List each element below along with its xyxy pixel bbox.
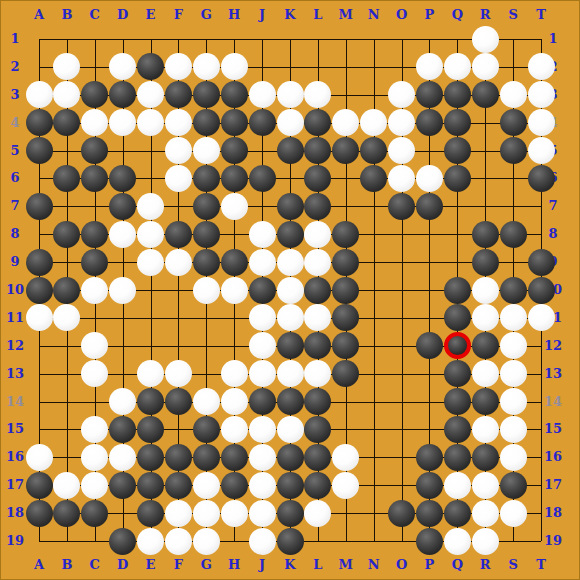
stone-white-O6 — [388, 165, 415, 192]
stone-black-S8 — [500, 221, 527, 248]
stone-black-T10 — [528, 277, 555, 304]
row-label-right-14: 14 — [542, 394, 564, 410]
row-label-right-16: 16 — [542, 449, 564, 465]
col-label-top-H: H — [223, 7, 245, 23]
stone-black-E2 — [137, 53, 164, 80]
col-label-top-R: R — [474, 7, 496, 23]
stone-black-K17 — [277, 472, 304, 499]
stone-black-J4 — [249, 109, 276, 136]
stone-white-F9 — [165, 249, 192, 276]
stone-black-G16 — [193, 444, 220, 471]
stone-black-D6 — [109, 165, 136, 192]
col-label-bottom-K: K — [279, 557, 301, 573]
stone-white-L13 — [304, 360, 331, 387]
col-label-bottom-S: S — [502, 557, 524, 573]
stone-white-L3 — [304, 81, 331, 108]
col-label-top-S: S — [502, 7, 524, 23]
col-label-top-C: C — [84, 7, 106, 23]
stone-white-D8 — [109, 221, 136, 248]
stone-white-J19 — [249, 528, 276, 555]
stone-black-A9 — [26, 249, 53, 276]
stone-black-T9 — [528, 249, 555, 276]
col-label-top-J: J — [251, 7, 273, 23]
stone-black-A4 — [26, 109, 53, 136]
stone-black-P4 — [416, 109, 443, 136]
stone-white-E7 — [137, 193, 164, 220]
stone-white-F5 — [165, 137, 192, 164]
stone-black-M8 — [332, 221, 359, 248]
stone-black-L7 — [304, 193, 331, 220]
stone-white-G2 — [193, 53, 220, 80]
stone-white-C13 — [81, 360, 108, 387]
stone-black-M12 — [332, 332, 359, 359]
col-label-top-E: E — [140, 7, 162, 23]
stone-black-A17 — [26, 472, 53, 499]
stone-white-C12 — [81, 332, 108, 359]
row-label-left-5: 5 — [4, 143, 26, 159]
stone-black-K18 — [277, 500, 304, 527]
stone-black-Q10 — [444, 277, 471, 304]
stone-white-F6 — [165, 165, 192, 192]
stone-white-J12 — [249, 332, 276, 359]
stone-white-J17 — [249, 472, 276, 499]
stone-white-K15 — [277, 416, 304, 443]
stone-black-B18 — [53, 500, 80, 527]
stone-white-M4 — [332, 109, 359, 136]
stone-white-G14 — [193, 388, 220, 415]
stone-white-G5 — [193, 137, 220, 164]
col-label-bottom-Q: Q — [446, 557, 468, 573]
stone-white-L9 — [304, 249, 331, 276]
stone-black-A10 — [26, 277, 53, 304]
stone-black-D7 — [109, 193, 136, 220]
stone-white-O3 — [388, 81, 415, 108]
stone-white-E9 — [137, 249, 164, 276]
row-label-right-8: 8 — [542, 226, 564, 242]
stone-black-F16 — [165, 444, 192, 471]
stone-black-D3 — [109, 81, 136, 108]
stone-black-R16 — [472, 444, 499, 471]
stone-black-Q5 — [444, 137, 471, 164]
stone-black-M10 — [332, 277, 359, 304]
stone-black-D19 — [109, 528, 136, 555]
stone-black-G9 — [193, 249, 220, 276]
stone-black-E18 — [137, 500, 164, 527]
marked-stone-black-Q12 — [444, 332, 471, 359]
stone-white-F19 — [165, 528, 192, 555]
stone-black-A18 — [26, 500, 53, 527]
row-label-left-8: 8 — [4, 226, 26, 242]
row-label-left-7: 7 — [4, 198, 26, 214]
stone-black-H3 — [221, 81, 248, 108]
stone-black-E16 — [137, 444, 164, 471]
stone-black-Q6 — [444, 165, 471, 192]
stone-white-J16 — [249, 444, 276, 471]
stone-black-Q14 — [444, 388, 471, 415]
stone-white-C15 — [81, 416, 108, 443]
col-label-top-G: G — [195, 7, 217, 23]
row-label-right-15: 15 — [542, 421, 564, 437]
stone-black-B6 — [53, 165, 80, 192]
stone-white-B2 — [53, 53, 80, 80]
stone-black-K12 — [277, 332, 304, 359]
col-label-top-K: K — [279, 7, 301, 23]
stone-black-K19 — [277, 528, 304, 555]
stone-white-R1 — [472, 26, 499, 53]
stone-black-Q3 — [444, 81, 471, 108]
stone-white-J18 — [249, 500, 276, 527]
stone-white-J15 — [249, 416, 276, 443]
stone-white-T3 — [528, 81, 555, 108]
stone-white-E8 — [137, 221, 164, 248]
col-label-top-Q: Q — [446, 7, 468, 23]
stone-white-C10 — [81, 277, 108, 304]
stone-black-F3 — [165, 81, 192, 108]
stone-black-Q4 — [444, 109, 471, 136]
stone-black-T6 — [528, 165, 555, 192]
stone-white-H14 — [221, 388, 248, 415]
stone-white-D10 — [109, 277, 136, 304]
col-label-top-M: M — [335, 7, 357, 23]
stone-white-R18 — [472, 500, 499, 527]
stone-white-R13 — [472, 360, 499, 387]
stone-white-P2 — [416, 53, 443, 80]
stone-white-G18 — [193, 500, 220, 527]
stone-black-F17 — [165, 472, 192, 499]
stone-white-R19 — [472, 528, 499, 555]
stone-white-E4 — [137, 109, 164, 136]
stone-white-K4 — [277, 109, 304, 136]
stone-black-R12 — [472, 332, 499, 359]
stone-black-C8 — [81, 221, 108, 248]
stone-black-L4 — [304, 109, 331, 136]
stone-white-K13 — [277, 360, 304, 387]
stone-white-J11 — [249, 304, 276, 331]
col-label-bottom-F: F — [167, 557, 189, 573]
stone-white-C17 — [81, 472, 108, 499]
stone-black-S4 — [500, 109, 527, 136]
col-label-top-B: B — [56, 7, 78, 23]
stone-black-G6 — [193, 165, 220, 192]
col-label-top-L: L — [307, 7, 329, 23]
stone-black-Q18 — [444, 500, 471, 527]
stone-white-E13 — [137, 360, 164, 387]
stone-black-Q15 — [444, 416, 471, 443]
stone-white-O4 — [388, 109, 415, 136]
stone-black-C6 — [81, 165, 108, 192]
stone-black-K5 — [277, 137, 304, 164]
stone-white-S11 — [500, 304, 527, 331]
stone-white-C16 — [81, 444, 108, 471]
stone-white-N4 — [360, 109, 387, 136]
row-label-left-2: 2 — [4, 59, 26, 75]
col-label-bottom-R: R — [474, 557, 496, 573]
stone-black-N6 — [360, 165, 387, 192]
stone-black-K14 — [277, 388, 304, 415]
stone-black-R14 — [472, 388, 499, 415]
stone-black-P3 — [416, 81, 443, 108]
col-label-top-P: P — [418, 7, 440, 23]
stone-black-M5 — [332, 137, 359, 164]
stone-black-H4 — [221, 109, 248, 136]
col-label-top-A: A — [28, 7, 50, 23]
col-label-bottom-G: G — [195, 557, 217, 573]
stone-black-C3 — [81, 81, 108, 108]
stone-black-G3 — [193, 81, 220, 108]
col-label-top-F: F — [167, 7, 189, 23]
stone-black-H16 — [221, 444, 248, 471]
stone-black-S5 — [500, 137, 527, 164]
stone-white-S14 — [500, 388, 527, 415]
stone-white-T11 — [528, 304, 555, 331]
stone-black-H9 — [221, 249, 248, 276]
stone-black-G8 — [193, 221, 220, 248]
stone-black-L5 — [304, 137, 331, 164]
stone-white-A16 — [26, 444, 53, 471]
stone-black-B8 — [53, 221, 80, 248]
stone-white-T4 — [528, 109, 555, 136]
stone-black-F8 — [165, 221, 192, 248]
col-label-bottom-P: P — [418, 557, 440, 573]
row-label-left-17: 17 — [4, 477, 26, 493]
stone-black-C5 — [81, 137, 108, 164]
stone-white-Q2 — [444, 53, 471, 80]
col-label-bottom-M: M — [335, 557, 357, 573]
stone-black-D17 — [109, 472, 136, 499]
stone-white-E3 — [137, 81, 164, 108]
col-label-top-O: O — [391, 7, 413, 23]
stone-black-P17 — [416, 472, 443, 499]
stone-white-S18 — [500, 500, 527, 527]
row-label-left-6: 6 — [4, 170, 26, 186]
stone-black-Q16 — [444, 444, 471, 471]
stone-black-M13 — [332, 360, 359, 387]
stone-white-H2 — [221, 53, 248, 80]
stone-white-A3 — [26, 81, 53, 108]
stone-white-P6 — [416, 165, 443, 192]
col-label-bottom-D: D — [112, 557, 134, 573]
stone-white-D16 — [109, 444, 136, 471]
stone-white-C4 — [81, 109, 108, 136]
stone-white-D4 — [109, 109, 136, 136]
stone-black-P7 — [416, 193, 443, 220]
row-label-left-4: 4 — [4, 115, 26, 131]
col-label-bottom-L: L — [307, 557, 329, 573]
stone-white-K9 — [277, 249, 304, 276]
stone-white-H15 — [221, 416, 248, 443]
stone-white-R10 — [472, 277, 499, 304]
stone-black-K7 — [277, 193, 304, 220]
col-label-bottom-A: A — [28, 557, 50, 573]
stone-black-S10 — [500, 277, 527, 304]
row-label-right-18: 18 — [542, 505, 564, 521]
stone-black-E15 — [137, 416, 164, 443]
row-label-left-16: 16 — [4, 449, 26, 465]
stone-white-S15 — [500, 416, 527, 443]
col-label-top-D: D — [112, 7, 134, 23]
stone-white-K11 — [277, 304, 304, 331]
stone-white-G17 — [193, 472, 220, 499]
stone-white-J13 — [249, 360, 276, 387]
stone-black-L16 — [304, 444, 331, 471]
stone-black-C18 — [81, 500, 108, 527]
col-label-bottom-H: H — [223, 557, 245, 573]
row-label-left-9: 9 — [4, 254, 26, 270]
stone-black-A7 — [26, 193, 53, 220]
row-label-left-13: 13 — [4, 366, 26, 382]
stone-black-J14 — [249, 388, 276, 415]
stone-black-O7 — [388, 193, 415, 220]
stone-black-M9 — [332, 249, 359, 276]
row-label-left-3: 3 — [4, 87, 26, 103]
stone-black-Q13 — [444, 360, 471, 387]
stone-black-M11 — [332, 304, 359, 331]
col-label-top-T: T — [530, 7, 552, 23]
row-label-left-1: 1 — [4, 31, 26, 47]
stone-white-L11 — [304, 304, 331, 331]
stone-black-R8 — [472, 221, 499, 248]
stone-white-M17 — [332, 472, 359, 499]
stone-white-R2 — [472, 53, 499, 80]
stone-black-R9 — [472, 249, 499, 276]
stone-black-L10 — [304, 277, 331, 304]
stone-black-B4 — [53, 109, 80, 136]
stone-white-J3 — [249, 81, 276, 108]
stone-black-L12 — [304, 332, 331, 359]
stone-white-G10 — [193, 277, 220, 304]
stone-black-B10 — [53, 277, 80, 304]
col-label-bottom-O: O — [391, 557, 413, 573]
stone-white-F4 — [165, 109, 192, 136]
stone-white-B11 — [53, 304, 80, 331]
stone-black-P19 — [416, 528, 443, 555]
stone-black-S17 — [500, 472, 527, 499]
row-label-left-12: 12 — [4, 338, 26, 354]
stone-black-P16 — [416, 444, 443, 471]
row-label-left-19: 19 — [4, 533, 26, 549]
stone-black-H6 — [221, 165, 248, 192]
stone-white-H10 — [221, 277, 248, 304]
stone-black-D15 — [109, 416, 136, 443]
stone-white-Q19 — [444, 528, 471, 555]
col-label-top-N: N — [363, 7, 385, 23]
stone-white-D2 — [109, 53, 136, 80]
col-label-bottom-E: E — [140, 557, 162, 573]
stone-black-L17 — [304, 472, 331, 499]
stone-black-G7 — [193, 193, 220, 220]
stone-white-G19 — [193, 528, 220, 555]
row-label-right-7: 7 — [542, 198, 564, 214]
stone-black-P18 — [416, 500, 443, 527]
stone-black-L15 — [304, 416, 331, 443]
stone-white-L8 — [304, 221, 331, 248]
goban[interactable]: AABBCCDDEEFFGGHHJJKKLLMMNNOOPPQQRRSSTT11… — [0, 0, 580, 580]
stone-white-E19 — [137, 528, 164, 555]
stone-white-S3 — [500, 81, 527, 108]
stone-white-H18 — [221, 500, 248, 527]
stone-white-O5 — [388, 137, 415, 164]
row-label-right-13: 13 — [542, 366, 564, 382]
stone-black-R3 — [472, 81, 499, 108]
stone-white-S12 — [500, 332, 527, 359]
stone-white-S13 — [500, 360, 527, 387]
row-label-left-18: 18 — [4, 505, 26, 521]
row-label-right-19: 19 — [542, 533, 564, 549]
col-label-bottom-J: J — [251, 557, 273, 573]
stone-white-H13 — [221, 360, 248, 387]
stone-white-T5 — [528, 137, 555, 164]
stone-white-B17 — [53, 472, 80, 499]
stone-white-S16 — [500, 444, 527, 471]
stone-white-M16 — [332, 444, 359, 471]
stone-black-F14 — [165, 388, 192, 415]
stone-white-J9 — [249, 249, 276, 276]
row-label-right-1: 1 — [542, 31, 564, 47]
stone-white-R15 — [472, 416, 499, 443]
stone-white-H7 — [221, 193, 248, 220]
stone-white-F2 — [165, 53, 192, 80]
stone-black-G4 — [193, 109, 220, 136]
stone-black-L14 — [304, 388, 331, 415]
stone-black-J10 — [249, 277, 276, 304]
stone-black-K16 — [277, 444, 304, 471]
stone-white-L18 — [304, 500, 331, 527]
stone-black-O18 — [388, 500, 415, 527]
stone-black-N5 — [360, 137, 387, 164]
stone-black-E14 — [137, 388, 164, 415]
stone-black-Q11 — [444, 304, 471, 331]
row-label-left-11: 11 — [4, 310, 26, 326]
stone-black-H5 — [221, 137, 248, 164]
stone-black-A5 — [26, 137, 53, 164]
row-label-left-10: 10 — [4, 282, 26, 298]
stone-white-R11 — [472, 304, 499, 331]
stone-white-F13 — [165, 360, 192, 387]
stone-black-P12 — [416, 332, 443, 359]
col-label-bottom-C: C — [84, 557, 106, 573]
stone-white-T2 — [528, 53, 555, 80]
col-label-bottom-N: N — [363, 557, 385, 573]
row-label-left-14: 14 — [4, 394, 26, 410]
stone-black-K8 — [277, 221, 304, 248]
stone-white-J8 — [249, 221, 276, 248]
stone-black-E17 — [137, 472, 164, 499]
stone-white-A11 — [26, 304, 53, 331]
stone-white-D14 — [109, 388, 136, 415]
stone-black-C9 — [81, 249, 108, 276]
row-label-left-15: 15 — [4, 421, 26, 437]
col-label-bottom-B: B — [56, 557, 78, 573]
stone-black-J6 — [249, 165, 276, 192]
stone-black-G15 — [193, 416, 220, 443]
stone-white-R17 — [472, 472, 499, 499]
stone-white-K10 — [277, 277, 304, 304]
stone-white-F18 — [165, 500, 192, 527]
col-label-bottom-T: T — [530, 557, 552, 573]
stone-white-K3 — [277, 81, 304, 108]
stone-white-B3 — [53, 81, 80, 108]
stone-black-H17 — [221, 472, 248, 499]
row-label-right-17: 17 — [542, 477, 564, 493]
stone-black-L6 — [304, 165, 331, 192]
row-label-right-12: 12 — [542, 338, 564, 354]
stone-white-Q17 — [444, 472, 471, 499]
